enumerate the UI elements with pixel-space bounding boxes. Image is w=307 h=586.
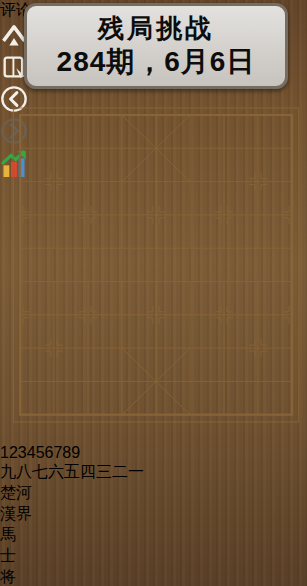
- file-label-bottom-1: 九: [0, 463, 16, 480]
- file-label-bottom-9: 一: [128, 463, 144, 480]
- file-label-top-4: 4: [27, 444, 36, 461]
- pieces-layer: 馬士将車仕卒車炮卒帥: [0, 525, 307, 586]
- file-label-top-9: 9: [71, 444, 80, 461]
- app-screen: 残局挑战 284期，6月6日 123456789 九八七六五四三二一 楚河 漢界…: [0, 0, 307, 586]
- file-label-bottom-4: 六: [48, 463, 64, 480]
- black-piece-馬[interactable]: 馬: [0, 525, 307, 546]
- xiangqi-board[interactable]: 123456789 九八七六五四三二一 楚河 漢界 馬士将車仕卒車炮卒帥 绝 绝…: [0, 95, 307, 440]
- file-label-bottom-3: 七: [32, 463, 48, 480]
- river-text-left: 楚河: [0, 483, 307, 504]
- file-labels-top: 123456789: [0, 444, 307, 462]
- file-label-top-1: 1: [0, 444, 9, 461]
- file-label-top-8: 8: [62, 444, 71, 461]
- file-label-top-7: 7: [53, 444, 62, 461]
- black-piece-士[interactable]: 士: [0, 546, 307, 567]
- file-label-bottom-5: 五: [64, 463, 80, 480]
- file-label-bottom-2: 八: [16, 463, 32, 480]
- challenge-banner: 残局挑战 284期，6月6日: [24, 3, 288, 89]
- river-text-right: 漢界: [0, 504, 307, 525]
- file-label-bottom-8: 二: [112, 463, 128, 480]
- file-label-top-5: 5: [36, 444, 45, 461]
- file-label-bottom-7: 三: [96, 463, 112, 480]
- file-label-top-2: 2: [9, 444, 18, 461]
- banner-issue-date: 284期，6月6日: [57, 44, 256, 80]
- file-labels-bottom: 九八七六五四三二一: [0, 462, 307, 483]
- banner-title: 残局挑战: [98, 12, 214, 44]
- file-label-top-3: 3: [18, 444, 27, 461]
- file-label-bottom-6: 四: [80, 463, 96, 480]
- black-piece-将[interactable]: 将: [0, 567, 307, 586]
- board-grid: [0, 95, 307, 440]
